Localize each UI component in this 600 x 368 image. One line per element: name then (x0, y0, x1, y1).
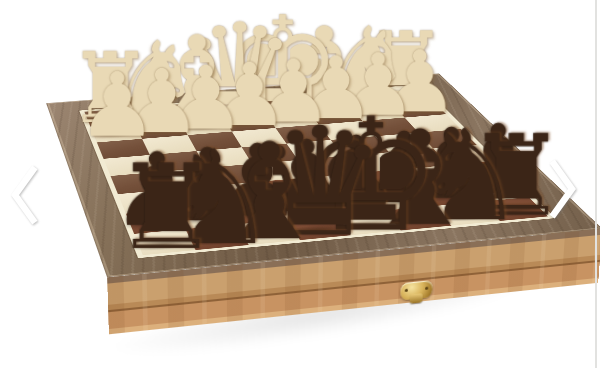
latch-screw (425, 287, 428, 290)
chess-set-photo: ♜♞♝♛♚♝♞♜♟♟♟♟♟♟♟♟♟♟♟♟♟♟♟♟♜♞♝♛♚♝♞♜ (0, 0, 600, 368)
image-divider-line (595, 0, 597, 368)
chevron-left-icon (7, 164, 41, 226)
chess-box: ♜♞♝♛♚♝♞♜♟♟♟♟♟♟♟♟♟♟♟♟♟♟♟♟♜♞♝♛♚♝♞♜ (46, 73, 600, 277)
carousel-prev-button[interactable] (7, 164, 41, 226)
carousel-next-button[interactable] (546, 158, 580, 220)
brass-latch (400, 280, 433, 301)
chevron-right-icon (546, 158, 580, 220)
product-photo-stage[interactable]: ♜♞♝♛♚♝♞♜♟♟♟♟♟♟♟♟♟♟♟♟♟♟♟♟♜♞♝♛♚♝♞♜ (0, 0, 600, 368)
latch-screw (405, 289, 408, 292)
